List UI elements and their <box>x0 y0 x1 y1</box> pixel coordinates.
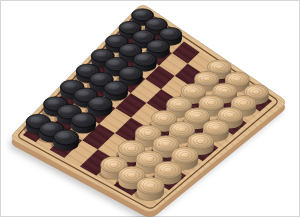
checkers-board <box>0 0 300 217</box>
product-photo-checkers-set <box>0 0 300 217</box>
